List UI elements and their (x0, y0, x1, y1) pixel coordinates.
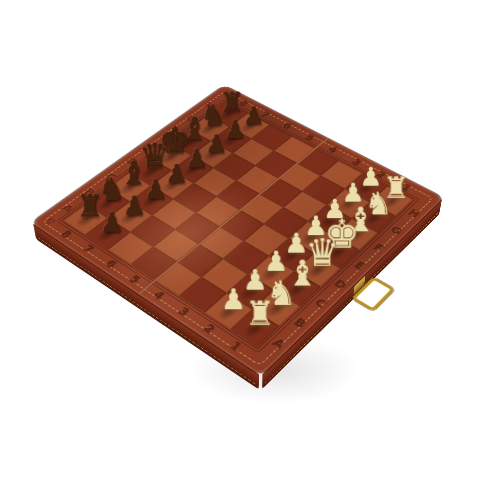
corner-arrow-marker: ◁ (35, 212, 62, 231)
square-a4 (155, 262, 202, 296)
square-c5 (175, 213, 220, 244)
square-c4 (199, 227, 244, 259)
square-a6 (108, 232, 154, 264)
square-b5 (153, 229, 198, 261)
product-photo-scene: ◁ 87654321 87654321 ABCDEFGH ABCDEFGH ♜♞… (0, 0, 480, 480)
square-a5 (131, 247, 177, 280)
white-rook-icon: ♜ (226, 297, 293, 331)
square-b4 (177, 244, 223, 277)
black-pawn-icon: ♟ (81, 209, 143, 236)
square-d4 (220, 210, 264, 241)
